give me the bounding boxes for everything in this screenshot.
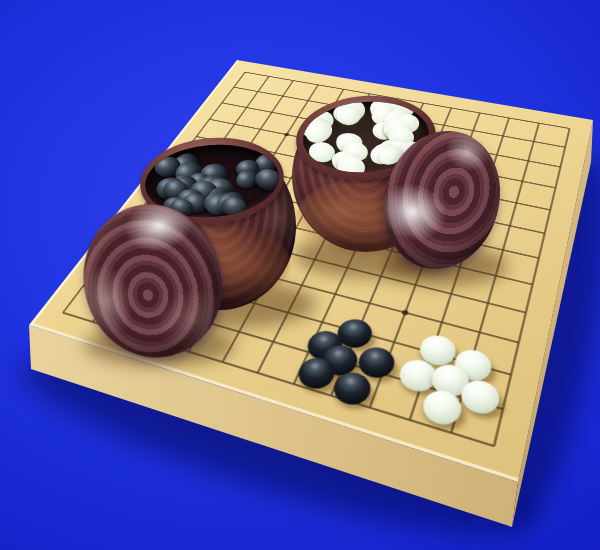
go-set-product-photo: [0, 0, 600, 550]
bowl-white-stone: [336, 106, 361, 125]
